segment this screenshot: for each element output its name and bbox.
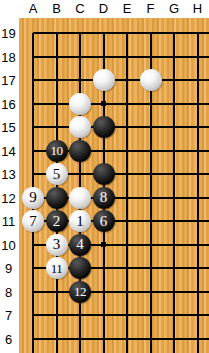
intersection-F16[interactable] (139, 92, 163, 116)
intersection-H8[interactable] (186, 280, 209, 304)
intersection-F17[interactable] (139, 68, 163, 92)
intersection-C14[interactable] (68, 139, 92, 163)
intersection-A14[interactable] (21, 139, 45, 163)
intersection-B16[interactable] (45, 92, 69, 116)
intersection-C11[interactable]: 1 (68, 209, 92, 233)
white-stone-D17[interactable] (93, 69, 115, 91)
intersection-G6[interactable] (162, 327, 186, 351)
stone-move-number: 6 (100, 214, 108, 229)
intersection-D18[interactable] (92, 45, 116, 69)
go-board: 105987216341112 (19, 18, 209, 353)
intersection-A8[interactable] (21, 280, 45, 304)
intersection-F12[interactable] (139, 186, 163, 210)
intersection-F9[interactable] (139, 256, 163, 280)
col-label-A: A (29, 2, 38, 16)
white-stone-F17[interactable] (140, 69, 162, 91)
intersection-E15[interactable] (115, 115, 139, 139)
intersection-A7[interactable] (21, 303, 45, 327)
intersection-C9[interactable] (68, 256, 92, 280)
intersection-G13[interactable] (162, 162, 186, 186)
intersection-B12[interactable] (45, 186, 69, 210)
intersection-D14[interactable] (92, 139, 116, 163)
intersection-F7[interactable] (139, 303, 163, 327)
go-board-diagram: 105987216341112 ABCDEFGH 191817161514131… (0, 0, 209, 353)
white-stone-C15[interactable] (69, 116, 91, 138)
intersection-G8[interactable] (162, 280, 186, 304)
intersection-C7[interactable] (68, 303, 92, 327)
intersection-D9[interactable] (92, 256, 116, 280)
intersection-H13[interactable] (186, 162, 209, 186)
intersection-F13[interactable] (139, 162, 163, 186)
intersection-A12[interactable]: 9 (21, 186, 45, 210)
intersection-A13[interactable] (21, 162, 45, 186)
row-label-18: 18 (0, 50, 17, 63)
stone-move-number: 11 (51, 262, 63, 275)
intersection-B7[interactable] (45, 303, 69, 327)
white-stone-B9[interactable]: 11 (46, 257, 68, 279)
star-point-D16 (101, 101, 106, 106)
white-stone-A12[interactable]: 9 (22, 187, 44, 209)
intersection-A18[interactable] (21, 45, 45, 69)
intersection-E6[interactable] (115, 327, 139, 351)
intersection-D19[interactable] (92, 21, 116, 45)
intersection-F14[interactable] (139, 139, 163, 163)
intersection-A10[interactable] (21, 233, 45, 257)
intersection-C10[interactable]: 4 (68, 233, 92, 257)
intersection-D12[interactable]: 8 (92, 186, 116, 210)
row-label-9: 9 (0, 262, 17, 275)
stone-move-number: 1 (76, 214, 84, 229)
intersection-B11[interactable]: 2 (45, 209, 69, 233)
black-stone-B11[interactable]: 2 (46, 210, 68, 232)
intersection-E18[interactable] (115, 45, 139, 69)
white-stone-B13[interactable]: 5 (46, 163, 68, 185)
intersection-E11[interactable] (115, 209, 139, 233)
stone-move-number: 5 (53, 167, 61, 182)
black-stone-B12[interactable] (46, 187, 68, 209)
intersection-C6[interactable] (68, 327, 92, 351)
intersection-E17[interactable] (115, 68, 139, 92)
intersection-D10[interactable] (92, 233, 116, 257)
star-point-D10 (101, 242, 106, 247)
intersection-H7[interactable] (186, 303, 209, 327)
intersection-G11[interactable] (162, 209, 186, 233)
intersection-B6[interactable] (45, 327, 69, 351)
col-label-D: D (99, 2, 108, 16)
intersection-A11[interactable]: 7 (21, 209, 45, 233)
row-label-16: 16 (0, 97, 17, 110)
row-label-11: 11 (0, 215, 17, 228)
intersection-G10[interactable] (162, 233, 186, 257)
intersection-E9[interactable] (115, 256, 139, 280)
black-stone-D12[interactable]: 8 (93, 187, 115, 209)
intersection-E12[interactable] (115, 186, 139, 210)
intersection-A9[interactable] (21, 256, 45, 280)
intersection-F10[interactable] (139, 233, 163, 257)
intersection-H15[interactable] (186, 115, 209, 139)
intersection-H12[interactable] (186, 186, 209, 210)
intersection-G9[interactable] (162, 256, 186, 280)
white-stone-C16[interactable] (69, 93, 91, 115)
intersection-F8[interactable] (139, 280, 163, 304)
intersection-H9[interactable] (186, 256, 209, 280)
row-label-15: 15 (0, 121, 17, 134)
intersection-A19[interactable] (21, 21, 45, 45)
white-stone-C12[interactable] (69, 187, 91, 209)
intersection-F11[interactable] (139, 209, 163, 233)
intersection-G14[interactable] (162, 139, 186, 163)
black-stone-C9[interactable] (69, 257, 91, 279)
intersection-E8[interactable] (115, 280, 139, 304)
intersection-B17[interactable] (45, 68, 69, 92)
black-stone-C10[interactable]: 4 (69, 234, 91, 256)
intersection-C17[interactable] (68, 68, 92, 92)
black-stone-D13[interactable] (93, 163, 115, 185)
white-stone-A11[interactable]: 7 (22, 210, 44, 232)
intersection-D17[interactable] (92, 68, 116, 92)
intersection-B10[interactable]: 3 (45, 233, 69, 257)
stone-move-number: 3 (53, 237, 61, 252)
black-stone-D11[interactable]: 6 (93, 210, 115, 232)
row-labels: 191817161514131211109876 (0, 18, 19, 353)
intersection-E13[interactable] (115, 162, 139, 186)
intersection-H14[interactable] (186, 139, 209, 163)
stone-move-number: 9 (29, 190, 37, 205)
intersection-E16[interactable] (115, 92, 139, 116)
row-label-17: 17 (0, 74, 17, 87)
intersection-G19[interactable] (162, 21, 186, 45)
intersection-G16[interactable] (162, 92, 186, 116)
intersection-A17[interactable] (21, 68, 45, 92)
stone-move-number: 12 (74, 285, 86, 298)
intersection-C15[interactable] (68, 115, 92, 139)
white-stone-C11[interactable]: 1 (69, 210, 91, 232)
col-label-E: E (123, 2, 132, 16)
intersection-E10[interactable] (115, 233, 139, 257)
intersection-D8[interactable] (92, 280, 116, 304)
white-stone-B10[interactable]: 3 (46, 234, 68, 256)
intersection-B8[interactable] (45, 280, 69, 304)
row-label-12: 12 (0, 191, 17, 204)
intersection-H11[interactable] (186, 209, 209, 233)
intersection-B14[interactable]: 10 (45, 139, 69, 163)
intersection-D15[interactable] (92, 115, 116, 139)
intersection-G18[interactable] (162, 45, 186, 69)
intersection-B9[interactable]: 11 (45, 256, 69, 280)
intersection-A15[interactable] (21, 115, 45, 139)
intersection-C12[interactable] (68, 186, 92, 210)
intersection-A16[interactable] (21, 92, 45, 116)
intersection-C18[interactable] (68, 45, 92, 69)
stone-move-number: 7 (29, 214, 37, 229)
intersection-H18[interactable] (186, 45, 209, 69)
intersection-D16[interactable] (92, 92, 116, 116)
column-labels: ABCDEFGH (0, 0, 209, 18)
intersection-C19[interactable] (68, 21, 92, 45)
intersection-D7[interactable] (92, 303, 116, 327)
intersection-E14[interactable] (115, 139, 139, 163)
intersection-F15[interactable] (139, 115, 163, 139)
intersection-G15[interactable] (162, 115, 186, 139)
intersection-F18[interactable] (139, 45, 163, 69)
intersection-H17[interactable] (186, 68, 209, 92)
intersection-B13[interactable]: 5 (45, 162, 69, 186)
intersection-F6[interactable] (139, 327, 163, 351)
intersection-H19[interactable] (186, 21, 209, 45)
board-grid: 105987216341112 (21, 21, 209, 350)
row-label-19: 19 (0, 27, 17, 40)
intersection-A6[interactable] (21, 327, 45, 351)
stone-move-number: 10 (51, 144, 63, 157)
intersection-C13[interactable] (68, 162, 92, 186)
intersection-H16[interactable] (186, 92, 209, 116)
row-label-13: 13 (0, 168, 17, 181)
black-stone-D15[interactable] (93, 116, 115, 138)
intersection-B15[interactable] (45, 115, 69, 139)
intersection-G12[interactable] (162, 186, 186, 210)
row-label-14: 14 (0, 144, 17, 157)
stone-move-number: 4 (76, 237, 84, 252)
col-label-F: F (147, 2, 155, 16)
col-label-B: B (52, 2, 61, 16)
intersection-D13[interactable] (92, 162, 116, 186)
intersection-C16[interactable] (68, 92, 92, 116)
intersection-B19[interactable] (45, 21, 69, 45)
intersection-B18[interactable] (45, 45, 69, 69)
intersection-D6[interactable] (92, 327, 116, 351)
col-label-H: H (193, 2, 202, 16)
intersection-C8[interactable]: 12 (68, 280, 92, 304)
stone-move-number: 2 (53, 214, 61, 229)
intersection-H6[interactable] (186, 327, 209, 351)
intersection-E7[interactable] (115, 303, 139, 327)
intersection-G17[interactable] (162, 68, 186, 92)
col-label-C: C (75, 2, 84, 16)
row-label-6: 6 (0, 332, 17, 345)
intersection-E19[interactable] (115, 21, 139, 45)
black-stone-C8[interactable]: 12 (69, 281, 91, 303)
row-label-10: 10 (0, 238, 17, 251)
row-label-8: 8 (0, 285, 17, 298)
stone-move-number: 8 (100, 190, 108, 205)
intersection-G7[interactable] (162, 303, 186, 327)
intersection-F19[interactable] (139, 21, 163, 45)
intersection-D11[interactable]: 6 (92, 209, 116, 233)
intersection-H10[interactable] (186, 233, 209, 257)
black-stone-C14[interactable] (69, 140, 91, 162)
row-label-7: 7 (0, 309, 17, 322)
black-stone-B14[interactable]: 10 (46, 140, 68, 162)
col-label-G: G (169, 2, 179, 16)
